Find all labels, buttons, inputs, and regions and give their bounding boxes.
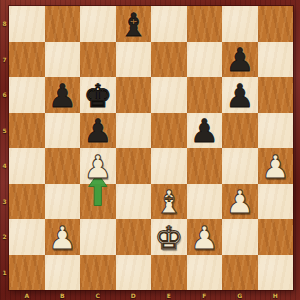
square-d3[interactable] (116, 184, 152, 220)
square-a4[interactable] (9, 148, 45, 184)
square-b1[interactable] (45, 255, 81, 291)
file-label-b: B (60, 292, 65, 299)
square-a8[interactable] (9, 6, 45, 42)
square-b2[interactable]: ♟ (45, 219, 81, 255)
rank-label-1: 1 (2, 269, 6, 276)
square-h3[interactable] (258, 184, 294, 220)
square-b3[interactable] (45, 184, 81, 220)
rank-label-3: 3 (2, 198, 6, 205)
black-king-c6[interactable]: ♚ (80, 78, 116, 114)
square-g1[interactable] (222, 255, 258, 291)
square-c1[interactable] (80, 255, 116, 291)
square-f8[interactable] (187, 6, 223, 42)
square-d7[interactable] (116, 42, 152, 78)
square-h1[interactable] (258, 255, 294, 291)
square-h2[interactable] (258, 219, 294, 255)
white-pawn-f2[interactable]: ♟ (187, 220, 223, 256)
square-g3[interactable]: ♟ (222, 184, 258, 220)
file-label-e: E (167, 292, 171, 299)
white-bishop-e3[interactable]: ♝ (151, 185, 187, 221)
file-label-a: A (24, 292, 29, 299)
rank-label-7: 7 (2, 56, 6, 63)
square-a1[interactable] (9, 255, 45, 291)
square-g2[interactable] (222, 219, 258, 255)
file-label-h: H (273, 292, 278, 299)
square-d8[interactable]: ♝ (116, 6, 152, 42)
chess-board[interactable]: ♝♟♟♚♟♟♟♟♟♝♟♟♚♟ (9, 6, 293, 290)
rank-label-6: 6 (2, 91, 6, 98)
square-a5[interactable] (9, 113, 45, 149)
square-c3[interactable] (80, 184, 116, 220)
square-g4[interactable] (222, 148, 258, 184)
square-h5[interactable] (258, 113, 294, 149)
black-pawn-g7[interactable]: ♟ (222, 43, 258, 79)
square-g5[interactable] (222, 113, 258, 149)
black-bishop-d8[interactable]: ♝ (116, 7, 152, 43)
square-b7[interactable] (45, 42, 81, 78)
file-label-c: C (96, 292, 100, 299)
square-b6[interactable]: ♟ (45, 77, 81, 113)
square-e5[interactable] (151, 113, 187, 149)
file-label-d: D (131, 292, 136, 299)
square-f4[interactable] (187, 148, 223, 184)
square-g8[interactable] (222, 6, 258, 42)
square-e7[interactable] (151, 42, 187, 78)
square-f6[interactable] (187, 77, 223, 113)
square-g6[interactable]: ♟ (222, 77, 258, 113)
square-e4[interactable] (151, 148, 187, 184)
square-a7[interactable] (9, 42, 45, 78)
square-h4[interactable]: ♟ (258, 148, 294, 184)
square-f3[interactable] (187, 184, 223, 220)
square-e2[interactable]: ♚ (151, 219, 187, 255)
square-e6[interactable] (151, 77, 187, 113)
square-f7[interactable] (187, 42, 223, 78)
rank-labels: 87654321 (0, 6, 9, 290)
square-c2[interactable] (80, 219, 116, 255)
rank-label-8: 8 (2, 20, 6, 27)
square-g7[interactable]: ♟ (222, 42, 258, 78)
square-a3[interactable] (9, 184, 45, 220)
rank-label-4: 4 (2, 162, 6, 169)
black-pawn-b6[interactable]: ♟ (45, 78, 81, 114)
square-d1[interactable] (116, 255, 152, 291)
square-b5[interactable] (45, 113, 81, 149)
square-h7[interactable] (258, 42, 294, 78)
square-f1[interactable] (187, 255, 223, 291)
rank-label-5: 5 (2, 127, 6, 134)
square-c8[interactable] (80, 6, 116, 42)
square-h8[interactable] (258, 6, 294, 42)
square-d5[interactable] (116, 113, 152, 149)
square-a6[interactable] (9, 77, 45, 113)
file-labels: ABCDEFGH (9, 290, 293, 300)
white-pawn-h4[interactable]: ♟ (258, 149, 294, 185)
square-h6[interactable] (258, 77, 294, 113)
square-e8[interactable] (151, 6, 187, 42)
black-pawn-c5[interactable]: ♟ (80, 114, 116, 150)
square-e3[interactable]: ♝ (151, 184, 187, 220)
white-king-e2[interactable]: ♚ (151, 220, 187, 256)
file-label-g: G (237, 292, 242, 299)
square-d6[interactable] (116, 77, 152, 113)
square-f5[interactable]: ♟ (187, 113, 223, 149)
black-pawn-f5[interactable]: ♟ (187, 114, 223, 150)
white-pawn-g3[interactable]: ♟ (222, 185, 258, 221)
square-c5[interactable]: ♟ (80, 113, 116, 149)
square-e1[interactable] (151, 255, 187, 291)
square-d4[interactable] (116, 148, 152, 184)
square-d2[interactable] (116, 219, 152, 255)
square-b4[interactable] (45, 148, 81, 184)
file-label-f: F (202, 292, 206, 299)
square-f2[interactable]: ♟ (187, 219, 223, 255)
white-pawn-b2[interactable]: ♟ (45, 220, 81, 256)
board-frame: ♝♟♟♚♟♟♟♟♟♝♟♟♚♟ 87654321 ABCDEFGH (0, 0, 300, 300)
square-b8[interactable] (45, 6, 81, 42)
white-pawn-c4[interactable]: ♟ (80, 149, 116, 185)
black-pawn-g6[interactable]: ♟ (222, 78, 258, 114)
square-c4[interactable]: ♟ (80, 148, 116, 184)
square-c7[interactable] (80, 42, 116, 78)
square-a2[interactable] (9, 219, 45, 255)
square-c6[interactable]: ♚ (80, 77, 116, 113)
rank-label-2: 2 (2, 233, 6, 240)
